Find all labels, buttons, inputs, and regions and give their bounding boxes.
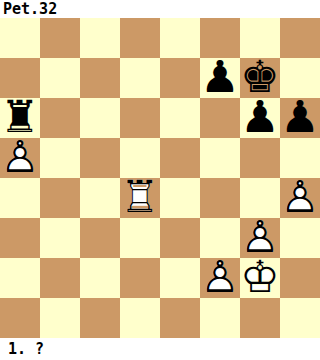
white-pawn: ♙ [240,218,280,258]
square-d4[interactable]: ♜♖ [120,178,160,218]
black-pawn: ♟ [280,98,320,138]
square-h4[interactable]: ♟♙ [280,178,320,218]
square-c6[interactable] [80,98,120,138]
square-f2[interactable]: ♟♙ [200,258,240,298]
square-b7[interactable] [40,58,80,98]
square-b1[interactable] [40,298,80,338]
move-prompt: 1. ? [0,338,320,360]
square-e1[interactable] [160,298,200,338]
square-g5[interactable] [240,138,280,178]
square-d5[interactable] [120,138,160,178]
square-g8[interactable] [240,18,280,58]
square-g3[interactable]: ♟♙ [240,218,280,258]
white-pawn: ♙ [200,258,240,298]
square-g1[interactable] [240,298,280,338]
square-a3[interactable] [0,218,40,258]
square-g4[interactable] [240,178,280,218]
square-e2[interactable] [160,258,200,298]
square-a5[interactable]: ♟♙ [0,138,40,178]
square-b5[interactable] [40,138,80,178]
diagram-caption: Pet.32 [0,0,320,18]
square-h5[interactable] [280,138,320,178]
square-f4[interactable] [200,178,240,218]
square-d8[interactable] [120,18,160,58]
square-c7[interactable] [80,58,120,98]
white-king-fill: ♚ [240,258,280,298]
square-d3[interactable] [120,218,160,258]
black-pawn: ♟ [200,58,240,98]
square-d1[interactable] [120,298,160,338]
black-king: ♚ [240,58,280,98]
square-b3[interactable] [40,218,80,258]
white-pawn: ♙ [280,178,320,218]
square-b2[interactable] [40,258,80,298]
square-g7[interactable]: ♚ [240,58,280,98]
square-c4[interactable] [80,178,120,218]
square-a7[interactable] [0,58,40,98]
white-pawn-fill: ♟ [240,218,280,258]
black-pawn: ♟ [240,98,280,138]
square-c1[interactable] [80,298,120,338]
white-pawn-fill: ♟ [0,138,40,178]
square-f5[interactable] [200,138,240,178]
square-f3[interactable] [200,218,240,258]
white-rook: ♖ [120,178,160,218]
square-e6[interactable] [160,98,200,138]
square-b8[interactable] [40,18,80,58]
square-g6[interactable]: ♟ [240,98,280,138]
square-b6[interactable] [40,98,80,138]
square-d7[interactable] [120,58,160,98]
square-h6[interactable]: ♟ [280,98,320,138]
square-c5[interactable] [80,138,120,178]
square-h1[interactable] [280,298,320,338]
square-c2[interactable] [80,258,120,298]
square-g2[interactable]: ♚♔ [240,258,280,298]
square-e7[interactable] [160,58,200,98]
square-h7[interactable] [280,58,320,98]
chess-diagram-page: Pet.32 ♟♚♜♟♟♟♙♜♖♟♙♟♙♟♙♚♔ 1. ? [0,0,320,360]
square-a4[interactable] [0,178,40,218]
square-f6[interactable] [200,98,240,138]
white-pawn-fill: ♟ [280,178,320,218]
white-pawn-fill: ♟ [200,258,240,298]
square-d2[interactable] [120,258,160,298]
square-a2[interactable] [0,258,40,298]
square-f7[interactable]: ♟ [200,58,240,98]
square-e5[interactable] [160,138,200,178]
chess-board: ♟♚♜♟♟♟♙♜♖♟♙♟♙♟♙♚♔ [0,18,320,338]
square-f8[interactable] [200,18,240,58]
white-rook-fill: ♜ [120,178,160,218]
white-pawn: ♙ [0,138,40,178]
black-rook: ♜ [0,98,40,138]
square-d6[interactable] [120,98,160,138]
square-f1[interactable] [200,298,240,338]
square-h8[interactable] [280,18,320,58]
square-e3[interactable] [160,218,200,258]
white-king: ♔ [240,258,280,298]
square-a8[interactable] [0,18,40,58]
square-h3[interactable] [280,218,320,258]
square-a6[interactable]: ♜ [0,98,40,138]
square-b4[interactable] [40,178,80,218]
square-e4[interactable] [160,178,200,218]
square-a1[interactable] [0,298,40,338]
square-c8[interactable] [80,18,120,58]
square-h2[interactable] [280,258,320,298]
square-c3[interactable] [80,218,120,258]
square-e8[interactable] [160,18,200,58]
